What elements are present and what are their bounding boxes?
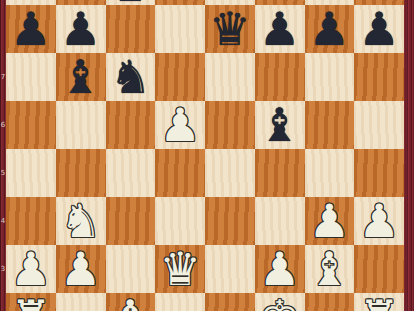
rank-label-4: 4 bbox=[0, 217, 6, 225]
black-pawn[interactable]: ♟ bbox=[309, 5, 350, 53]
square-d3[interactable] bbox=[155, 197, 205, 245]
square-e7[interactable]: ♛ bbox=[205, 5, 255, 53]
square-e6[interactable] bbox=[205, 53, 255, 101]
square-b2[interactable]: ♟ bbox=[56, 245, 106, 293]
square-e1[interactable] bbox=[205, 293, 255, 311]
square-c1[interactable]: ♝ bbox=[106, 293, 156, 311]
black-pawn[interactable]: ♟ bbox=[359, 5, 400, 53]
square-d4[interactable] bbox=[155, 149, 205, 197]
square-b6[interactable]: ♝ bbox=[56, 53, 106, 101]
square-d1[interactable] bbox=[155, 293, 205, 311]
white-bishop-partial[interactable]: ♝ bbox=[110, 293, 151, 311]
square-g7[interactable]: ♟ bbox=[305, 5, 355, 53]
white-pawn[interactable]: ♟ bbox=[10, 245, 51, 293]
square-e2[interactable] bbox=[205, 245, 255, 293]
square-a3[interactable] bbox=[6, 197, 56, 245]
black-bishop[interactable]: ♝ bbox=[259, 101, 300, 149]
square-b4[interactable] bbox=[56, 149, 106, 197]
black-bishop[interactable]: ♝ bbox=[60, 53, 101, 101]
square-a4[interactable] bbox=[6, 149, 56, 197]
square-b7[interactable]: ♟ bbox=[56, 5, 106, 53]
square-h4[interactable] bbox=[354, 149, 404, 197]
white-bishop[interactable]: ♝ bbox=[309, 245, 350, 293]
square-f1[interactable]: ♚ bbox=[255, 293, 305, 311]
square-g1[interactable] bbox=[305, 293, 355, 311]
square-f2[interactable]: ♟ bbox=[255, 245, 305, 293]
square-a6[interactable] bbox=[6, 53, 56, 101]
white-pawn[interactable]: ♟ bbox=[60, 245, 101, 293]
black-pawn[interactable]: ♟ bbox=[10, 5, 51, 53]
square-c5[interactable] bbox=[106, 101, 156, 149]
square-a7[interactable]: ♟ bbox=[6, 5, 56, 53]
square-e5[interactable] bbox=[205, 101, 255, 149]
square-e3[interactable] bbox=[205, 197, 255, 245]
rank-label-3: 3 bbox=[0, 265, 6, 273]
white-pawn[interactable]: ♟ bbox=[259, 245, 300, 293]
square-f5[interactable]: ♝ bbox=[255, 101, 305, 149]
square-g5[interactable] bbox=[305, 101, 355, 149]
rank-label-6: 6 bbox=[0, 121, 6, 129]
square-d6[interactable] bbox=[155, 53, 205, 101]
square-d7[interactable] bbox=[155, 5, 205, 53]
board-frame-right bbox=[403, 0, 414, 311]
white-king-partial[interactable]: ♚ bbox=[259, 293, 300, 311]
rank-label-7: 7 bbox=[0, 73, 6, 81]
square-h3[interactable]: ♟ bbox=[354, 197, 404, 245]
square-c2[interactable] bbox=[106, 245, 156, 293]
white-queen[interactable]: ♛ bbox=[160, 245, 201, 293]
square-b1[interactable] bbox=[56, 293, 106, 311]
white-pawn[interactable]: ♟ bbox=[359, 197, 400, 245]
square-h7[interactable]: ♟ bbox=[354, 5, 404, 53]
square-g2[interactable]: ♝ bbox=[305, 245, 355, 293]
square-f7[interactable]: ♟ bbox=[255, 5, 305, 53]
square-d5[interactable]: ♟ bbox=[155, 101, 205, 149]
square-b5[interactable] bbox=[56, 101, 106, 149]
square-h5[interactable] bbox=[354, 101, 404, 149]
white-pawn[interactable]: ♟ bbox=[309, 197, 350, 245]
square-d2[interactable]: ♛ bbox=[155, 245, 205, 293]
white-rook-partial[interactable]: ♜ bbox=[359, 293, 400, 311]
square-c3[interactable] bbox=[106, 197, 156, 245]
square-h2[interactable] bbox=[354, 245, 404, 293]
white-knight[interactable]: ♞ bbox=[60, 197, 101, 245]
square-h6[interactable] bbox=[354, 53, 404, 101]
square-f6[interactable] bbox=[255, 53, 305, 101]
square-f4[interactable] bbox=[255, 149, 305, 197]
square-e4[interactable] bbox=[205, 149, 255, 197]
chess-diagram: ♚♟♟♛♟♟♟♝♞♟♝♞♟♟♟♟♛♟♝♜♝♚♜ 765432 bbox=[0, 0, 414, 311]
square-g6[interactable] bbox=[305, 53, 355, 101]
square-h1[interactable]: ♜ bbox=[354, 293, 404, 311]
square-g4[interactable] bbox=[305, 149, 355, 197]
square-c6[interactable]: ♞ bbox=[106, 53, 156, 101]
square-g3[interactable]: ♟ bbox=[305, 197, 355, 245]
black-knight[interactable]: ♞ bbox=[110, 53, 151, 101]
square-a2[interactable]: ♟ bbox=[6, 245, 56, 293]
white-pawn[interactable]: ♟ bbox=[160, 101, 201, 149]
square-a5[interactable] bbox=[6, 101, 56, 149]
white-rook-partial[interactable]: ♜ bbox=[10, 293, 51, 311]
black-pawn[interactable]: ♟ bbox=[259, 5, 300, 53]
square-c7[interactable] bbox=[106, 5, 156, 53]
square-f3[interactable] bbox=[255, 197, 305, 245]
square-c4[interactable] bbox=[106, 149, 156, 197]
square-a1[interactable]: ♜ bbox=[6, 293, 56, 311]
chess-board: ♚♟♟♛♟♟♟♝♞♟♝♞♟♟♟♟♛♟♝♜♝♚♜ bbox=[6, 0, 404, 311]
rank-label-5: 5 bbox=[0, 169, 6, 177]
black-queen[interactable]: ♛ bbox=[209, 5, 250, 53]
square-b3[interactable]: ♞ bbox=[56, 197, 106, 245]
black-pawn[interactable]: ♟ bbox=[60, 5, 101, 53]
